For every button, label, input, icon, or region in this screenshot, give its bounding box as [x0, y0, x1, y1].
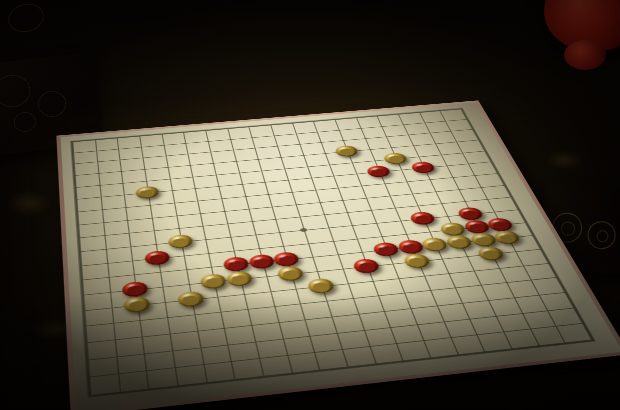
filigree-ornament	[37, 90, 68, 119]
photo-scene: ●●●●●●●●●●●●●●●●●●●●●●●●●●●●●●●	[0, 0, 620, 410]
filigree-ornament	[0, 73, 32, 109]
gold-medallion	[587, 220, 617, 250]
filigree-ornament	[13, 111, 37, 133]
red-lacquer-bowl-lid	[564, 40, 606, 70]
gold-ornament-top-left	[5, 0, 47, 36]
table-reflection	[545, 150, 585, 170]
table-reflection	[6, 190, 52, 216]
game-board: ●●●●●●●●●●●●●●●●●●●●●●●●●●●●●●●	[56, 100, 620, 410]
